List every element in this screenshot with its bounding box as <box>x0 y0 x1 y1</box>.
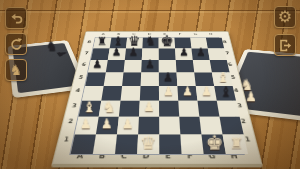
piece-set-button[interactable]: ♞ <box>5 59 27 81</box>
square-d4[interactable] <box>140 86 159 101</box>
square-b7[interactable]: ♟ <box>108 48 126 60</box>
square-g2[interactable] <box>199 117 222 135</box>
exit-button[interactable] <box>274 34 296 56</box>
coordinate-label: G <box>188 33 204 36</box>
square-e2[interactable] <box>159 117 180 135</box>
coordinate-label: H <box>203 33 219 36</box>
black-bishop-h4[interactable]: ♝ <box>216 82 235 101</box>
gear-icon: ⚙ <box>278 9 292 25</box>
square-d1[interactable]: ♛ <box>137 135 159 154</box>
coordinate-label: B <box>111 33 127 36</box>
square-e6[interactable] <box>159 60 177 72</box>
board-frame: ABCDEFGH ABCDEFGH 87654321 87654321 ♜♝♛♞… <box>51 31 263 167</box>
square-f4[interactable]: ♟ <box>177 86 197 101</box>
square-b8[interactable]: ♝ <box>110 38 127 49</box>
square-c4[interactable] <box>121 86 141 101</box>
square-f2[interactable] <box>179 117 201 135</box>
square-e1[interactable] <box>159 135 181 154</box>
white-pawn-b2[interactable]: ♟ <box>96 114 117 135</box>
white-pawn-e4[interactable]: ♟ <box>159 82 178 101</box>
square-e4[interactable]: ♟ <box>159 86 178 101</box>
white-pawn-a2[interactable]: ♟ <box>75 114 96 135</box>
square-f8[interactable] <box>174 38 191 49</box>
undo-button[interactable] <box>5 7 27 29</box>
captured-white-pawn: ♟ <box>245 90 257 103</box>
square-a2[interactable]: ♟ <box>75 117 99 135</box>
square-d3[interactable]: ♟ <box>139 101 159 117</box>
board-squares: ♜♝♛♞♚♟♟♟♟♟♟♟♝♟♟♟♝♝♞♟♟♟♟♛♚♜ <box>69 37 245 155</box>
square-g6[interactable] <box>193 60 212 72</box>
square-e8[interactable]: ♚ <box>159 38 175 49</box>
square-c8[interactable]: ♛ <box>126 38 143 49</box>
knight-icon: ♞ <box>10 63 23 77</box>
square-d5[interactable] <box>141 72 159 86</box>
white-pawn-c2[interactable]: ♟ <box>117 114 138 135</box>
square-c1[interactable] <box>115 135 138 154</box>
black-pawn-d6[interactable]: ♟ <box>141 56 159 74</box>
square-a6[interactable]: ♟ <box>88 60 108 72</box>
square-d2[interactable] <box>138 117 159 135</box>
square-f1[interactable] <box>180 135 203 154</box>
square-b2[interactable]: ♟ <box>96 117 119 135</box>
square-f3[interactable] <box>178 101 199 117</box>
white-queen-d1[interactable]: ♛ <box>137 132 159 154</box>
square-c5[interactable] <box>122 72 141 86</box>
square-g5[interactable] <box>194 72 214 86</box>
square-d8[interactable]: ♞ <box>142 38 158 49</box>
square-b6[interactable] <box>106 60 125 72</box>
captured-black-knight: ♞ <box>46 39 58 52</box>
white-pawn-f4[interactable]: ♟ <box>178 82 197 101</box>
chess-app-screen: ♞♟ ♞♟ ABCDEFGH ABCDEFGH 87654321 8765432… <box>0 0 300 169</box>
square-e5[interactable]: ♟ <box>159 72 178 86</box>
square-c6[interactable] <box>123 60 141 72</box>
square-b1[interactable] <box>93 135 117 154</box>
exit-door-icon <box>278 38 293 53</box>
square-g7[interactable]: ♟ <box>191 48 209 60</box>
square-h8[interactable] <box>206 38 224 49</box>
square-a4[interactable] <box>82 86 104 101</box>
square-h5[interactable]: ♝ <box>212 72 233 86</box>
coordinate-label: A <box>95 33 111 36</box>
coordinate-label: D <box>142 33 157 36</box>
square-e3[interactable] <box>159 101 179 117</box>
square-h7[interactable] <box>208 48 227 60</box>
square-c2[interactable]: ♟ <box>117 117 139 135</box>
coordinate-label: E <box>157 33 172 36</box>
black-pawn-a6[interactable]: ♟ <box>89 56 107 74</box>
square-h1[interactable]: ♜ <box>223 135 249 154</box>
square-f7[interactable]: ♟ <box>175 48 193 60</box>
undo-arrow-icon <box>9 11 24 26</box>
file-labels-top: ABCDEFGH <box>95 33 219 36</box>
square-d7[interactable] <box>142 48 159 60</box>
square-b4[interactable] <box>101 86 122 101</box>
coordinate-label: F <box>172 33 188 36</box>
square-g8[interactable] <box>190 38 208 49</box>
settings-button[interactable]: ⚙ <box>274 6 296 28</box>
square-a3[interactable]: ♝ <box>79 101 102 117</box>
square-g4[interactable]: ♟ <box>196 86 217 101</box>
coordinate-label: 5 <box>227 71 239 84</box>
square-b5[interactable] <box>104 72 124 86</box>
white-king-g1[interactable]: ♚ <box>203 132 225 154</box>
square-a1[interactable] <box>71 135 96 154</box>
square-d6[interactable]: ♟ <box>141 60 159 72</box>
square-f5[interactable] <box>177 72 196 86</box>
square-b3[interactable]: ♞ <box>99 101 121 117</box>
square-f6[interactable] <box>176 60 194 72</box>
rotate-board-button[interactable] <box>5 33 27 55</box>
square-a8[interactable]: ♜ <box>93 38 111 49</box>
square-e7[interactable] <box>159 48 176 60</box>
square-g3[interactable] <box>198 101 220 117</box>
square-c3[interactable] <box>119 101 140 117</box>
chess-board: ABCDEFGH ABCDEFGH 87654321 87654321 ♜♝♛♞… <box>69 0 245 169</box>
square-a5[interactable] <box>85 72 106 86</box>
coordinate-label: C <box>126 33 142 36</box>
rotate-arrow-icon <box>9 37 24 52</box>
square-a7[interactable] <box>91 48 110 60</box>
square-c7[interactable]: ♟ <box>125 48 143 60</box>
